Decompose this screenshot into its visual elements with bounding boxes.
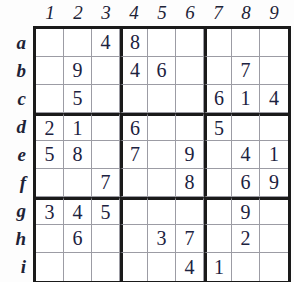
cell-a6[interactable] xyxy=(176,29,204,57)
row-label-g: g xyxy=(0,197,33,225)
cell-g2[interactable]: 4 xyxy=(64,197,92,225)
cell-f6[interactable]: 8 xyxy=(176,169,204,197)
column-label-8: 8 xyxy=(232,1,260,25)
cell-a3[interactable]: 4 xyxy=(92,29,120,57)
sudoku-page: 123456789 abcdefghi 48946756142165587941… xyxy=(0,0,294,282)
cell-d9[interactable] xyxy=(260,113,288,141)
cell-g4[interactable] xyxy=(120,197,148,225)
row-labels: abcdefghi xyxy=(0,26,33,282)
cell-d8[interactable] xyxy=(232,113,260,141)
cell-h5[interactable]: 3 xyxy=(148,225,176,253)
row-label-d: d xyxy=(0,113,33,141)
cell-f1[interactable] xyxy=(36,169,64,197)
cell-c9[interactable]: 4 xyxy=(260,85,288,113)
cell-a8[interactable] xyxy=(232,29,260,57)
cell-i6[interactable]: 4 xyxy=(176,253,204,281)
row-label-a: a xyxy=(0,29,33,57)
cell-b1[interactable] xyxy=(36,57,64,85)
cell-e3[interactable] xyxy=(92,141,120,169)
cell-g1[interactable]: 3 xyxy=(36,197,64,225)
column-label-4: 4 xyxy=(120,1,148,25)
column-label-1: 1 xyxy=(36,1,64,25)
cell-d1[interactable]: 2 xyxy=(36,113,64,141)
cell-f8[interactable]: 6 xyxy=(232,169,260,197)
cell-i8[interactable] xyxy=(232,253,260,281)
cell-h3[interactable] xyxy=(92,225,120,253)
cell-i7[interactable]: 1 xyxy=(204,253,232,281)
cell-h1[interactable] xyxy=(36,225,64,253)
cell-e1[interactable]: 5 xyxy=(36,141,64,169)
cell-a1[interactable] xyxy=(36,29,64,57)
cell-g3[interactable]: 5 xyxy=(92,197,120,225)
row-label-e: e xyxy=(0,141,33,169)
row-label-i: i xyxy=(0,253,33,281)
cell-c8[interactable]: 1 xyxy=(232,85,260,113)
cell-c5[interactable] xyxy=(148,85,176,113)
cell-h9[interactable] xyxy=(260,225,288,253)
cell-d7[interactable]: 5 xyxy=(204,113,232,141)
cell-g7[interactable] xyxy=(204,197,232,225)
cell-b8[interactable]: 7 xyxy=(232,57,260,85)
cell-f7[interactable] xyxy=(204,169,232,197)
cell-g9[interactable] xyxy=(260,197,288,225)
cell-d4[interactable]: 6 xyxy=(120,113,148,141)
column-label-5: 5 xyxy=(148,1,176,25)
cell-b7[interactable] xyxy=(204,57,232,85)
cell-f2[interactable] xyxy=(64,169,92,197)
cell-a9[interactable] xyxy=(260,29,288,57)
cell-b2[interactable]: 9 xyxy=(64,57,92,85)
row-label-h: h xyxy=(0,225,33,253)
cell-i5[interactable] xyxy=(148,253,176,281)
row-label-b: b xyxy=(0,57,33,85)
cell-e5[interactable] xyxy=(148,141,176,169)
cell-e6[interactable]: 9 xyxy=(176,141,204,169)
column-label-9: 9 xyxy=(260,1,288,25)
column-labels: 123456789 xyxy=(33,0,291,26)
cell-d2[interactable]: 1 xyxy=(64,113,92,141)
cell-h7[interactable] xyxy=(204,225,232,253)
sudoku-layout: 123456789 abcdefghi 48946756142165587941… xyxy=(0,0,294,282)
cell-a5[interactable] xyxy=(148,29,176,57)
cell-f3[interactable]: 7 xyxy=(92,169,120,197)
cell-h4[interactable] xyxy=(120,225,148,253)
cell-i9[interactable] xyxy=(260,253,288,281)
cell-a7[interactable] xyxy=(204,29,232,57)
cell-c3[interactable] xyxy=(92,85,120,113)
cell-i4[interactable] xyxy=(120,253,148,281)
cell-c2[interactable]: 5 xyxy=(64,85,92,113)
cell-a2[interactable] xyxy=(64,29,92,57)
cell-c4[interactable] xyxy=(120,85,148,113)
cell-b9[interactable] xyxy=(260,57,288,85)
cell-f9[interactable]: 9 xyxy=(260,169,288,197)
sudoku-board: 4894675614216558794178693459637241 xyxy=(33,26,291,282)
cell-d6[interactable] xyxy=(176,113,204,141)
cell-e8[interactable]: 4 xyxy=(232,141,260,169)
cell-e2[interactable]: 8 xyxy=(64,141,92,169)
cell-c1[interactable] xyxy=(36,85,64,113)
cell-h8[interactable]: 2 xyxy=(232,225,260,253)
cell-b4[interactable]: 4 xyxy=(120,57,148,85)
cell-f5[interactable] xyxy=(148,169,176,197)
cell-i1[interactable] xyxy=(36,253,64,281)
cell-e4[interactable]: 7 xyxy=(120,141,148,169)
column-label-3: 3 xyxy=(92,1,120,25)
column-label-6: 6 xyxy=(176,1,204,25)
cell-e9[interactable]: 1 xyxy=(260,141,288,169)
cell-f4[interactable] xyxy=(120,169,148,197)
cell-d3[interactable] xyxy=(92,113,120,141)
cell-b3[interactable] xyxy=(92,57,120,85)
corner-spacer xyxy=(0,0,33,26)
cell-g6[interactable] xyxy=(176,197,204,225)
cell-g5[interactable] xyxy=(148,197,176,225)
cell-b5[interactable]: 6 xyxy=(148,57,176,85)
row-label-f: f xyxy=(0,169,33,197)
cell-d5[interactable] xyxy=(148,113,176,141)
cell-i3[interactable] xyxy=(92,253,120,281)
cell-c6[interactable] xyxy=(176,85,204,113)
cell-h6[interactable]: 7 xyxy=(176,225,204,253)
cell-a4[interactable]: 8 xyxy=(120,29,148,57)
cell-b6[interactable] xyxy=(176,57,204,85)
cell-h2[interactable]: 6 xyxy=(64,225,92,253)
cell-e7[interactable] xyxy=(204,141,232,169)
column-label-2: 2 xyxy=(64,1,92,25)
cell-i2[interactable] xyxy=(64,253,92,281)
cell-g8[interactable]: 9 xyxy=(232,197,260,225)
cell-c7[interactable]: 6 xyxy=(204,85,232,113)
row-label-c: c xyxy=(0,85,33,113)
column-label-7: 7 xyxy=(204,1,232,25)
